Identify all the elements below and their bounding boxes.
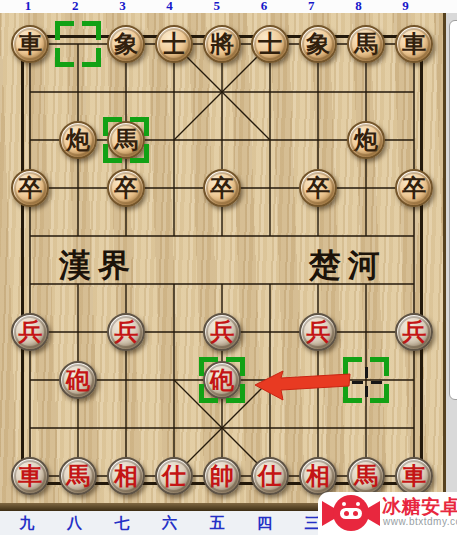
- xiangqi-game-screen: 漢界 楚河 車象士將士象馬車炮馬炮卒卒卒卒卒兵兵兵兵兵砲砲車馬相仕帥仕相馬車 1…: [0, 0, 457, 535]
- btxd-candy-logo-icon: [322, 495, 380, 532]
- watermark-url: www.btxtdmy.com: [383, 516, 457, 527]
- move-arrow: [0, 0, 457, 535]
- watermark: 冰糖安卓网 www.btxtdmy.com: [318, 492, 457, 535]
